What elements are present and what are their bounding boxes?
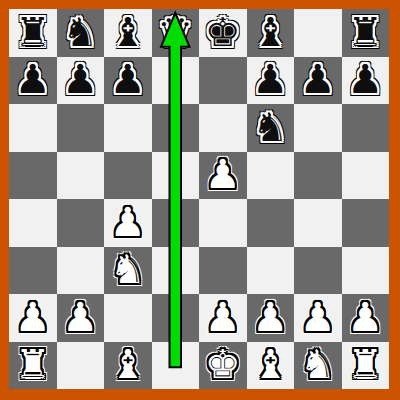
white-rook[interactable]: ♜ — [347, 344, 383, 384]
square-e2[interactable]: ♟ — [199, 294, 247, 342]
square-b8[interactable]: ♞ — [57, 9, 105, 57]
square-e6[interactable] — [199, 104, 247, 152]
square-a8[interactable]: ♜ — [9, 9, 57, 57]
square-a1[interactable]: ♜ — [9, 342, 57, 390]
square-d7[interactable] — [152, 57, 200, 105]
square-h1[interactable]: ♜ — [342, 342, 390, 390]
square-g8[interactable] — [294, 9, 342, 57]
white-knight[interactable]: ♞ — [110, 249, 146, 289]
square-h6[interactable] — [342, 104, 390, 152]
square-c2[interactable] — [104, 294, 152, 342]
white-pawn[interactable]: ♟ — [252, 297, 288, 337]
square-g1[interactable]: ♞ — [294, 342, 342, 390]
black-pawn[interactable]: ♟ — [15, 59, 51, 99]
white-pawn[interactable]: ♟ — [15, 297, 51, 337]
square-h7[interactable]: ♟ — [342, 57, 390, 105]
black-bishop[interactable]: ♝ — [252, 12, 288, 52]
square-h4[interactable] — [342, 199, 390, 247]
square-b6[interactable] — [57, 104, 105, 152]
square-d3[interactable] — [152, 247, 200, 295]
square-b1[interactable] — [57, 342, 105, 390]
square-a2[interactable]: ♟ — [9, 294, 57, 342]
square-h3[interactable] — [342, 247, 390, 295]
black-queen[interactable]: ♛ — [157, 12, 193, 52]
black-rook[interactable]: ♜ — [347, 12, 383, 52]
black-rook[interactable]: ♜ — [15, 12, 51, 52]
black-king[interactable]: ♚ — [205, 12, 241, 52]
square-d8[interactable]: ♛ — [152, 9, 200, 57]
square-g6[interactable] — [294, 104, 342, 152]
square-b3[interactable] — [57, 247, 105, 295]
white-bishop[interactable]: ♝ — [252, 344, 288, 384]
square-g5[interactable] — [294, 152, 342, 200]
square-c8[interactable]: ♝ — [104, 9, 152, 57]
square-e4[interactable] — [199, 199, 247, 247]
square-c1[interactable]: ♝ — [104, 342, 152, 390]
square-d2[interactable] — [152, 294, 200, 342]
white-pawn[interactable]: ♟ — [347, 297, 383, 337]
square-g4[interactable] — [294, 199, 342, 247]
chess-board[interactable]: ♜♞♝♛♚♝♜♟♟♟♟♟♟♞♟♟♞♟♟♟♟♟♟♜♝♚♝♞♜ — [9, 9, 389, 389]
square-e8[interactable]: ♚ — [199, 9, 247, 57]
white-pawn[interactable]: ♟ — [110, 202, 146, 242]
square-a4[interactable] — [9, 199, 57, 247]
black-knight[interactable]: ♞ — [252, 107, 288, 147]
square-b7[interactable]: ♟ — [57, 57, 105, 105]
square-g7[interactable]: ♟ — [294, 57, 342, 105]
black-knight[interactable]: ♞ — [62, 12, 98, 52]
square-f6[interactable]: ♞ — [247, 104, 295, 152]
black-pawn[interactable]: ♟ — [62, 59, 98, 99]
square-a6[interactable] — [9, 104, 57, 152]
square-f5[interactable] — [247, 152, 295, 200]
square-a7[interactable]: ♟ — [9, 57, 57, 105]
square-f7[interactable]: ♟ — [247, 57, 295, 105]
square-a3[interactable] — [9, 247, 57, 295]
square-f1[interactable]: ♝ — [247, 342, 295, 390]
square-d1[interactable] — [152, 342, 200, 390]
white-knight[interactable]: ♞ — [300, 344, 336, 384]
square-d6[interactable] — [152, 104, 200, 152]
square-e7[interactable] — [199, 57, 247, 105]
square-e3[interactable] — [199, 247, 247, 295]
square-f3[interactable] — [247, 247, 295, 295]
square-b4[interactable] — [57, 199, 105, 247]
square-c4[interactable]: ♟ — [104, 199, 152, 247]
white-pawn[interactable]: ♟ — [300, 297, 336, 337]
black-pawn[interactable]: ♟ — [110, 59, 146, 99]
white-bishop[interactable]: ♝ — [110, 344, 146, 384]
black-pawn[interactable]: ♟ — [300, 59, 336, 99]
square-c3[interactable]: ♞ — [104, 247, 152, 295]
square-g2[interactable]: ♟ — [294, 294, 342, 342]
square-b5[interactable] — [57, 152, 105, 200]
white-rook[interactable]: ♜ — [15, 344, 51, 384]
white-pawn[interactable]: ♟ — [62, 297, 98, 337]
square-c6[interactable] — [104, 104, 152, 152]
square-g3[interactable] — [294, 247, 342, 295]
square-d4[interactable] — [152, 199, 200, 247]
square-d5[interactable] — [152, 152, 200, 200]
square-c5[interactable] — [104, 152, 152, 200]
black-pawn[interactable]: ♟ — [252, 59, 288, 99]
square-e1[interactable]: ♚ — [199, 342, 247, 390]
board-frame: ♜♞♝♛♚♝♜♟♟♟♟♟♟♞♟♟♞♟♟♟♟♟♟♜♝♚♝♞♜ — [0, 0, 400, 400]
white-king[interactable]: ♚ — [205, 344, 241, 384]
square-b2[interactable]: ♟ — [57, 294, 105, 342]
black-bishop[interactable]: ♝ — [110, 12, 146, 52]
square-a5[interactable] — [9, 152, 57, 200]
white-pawn[interactable]: ♟ — [205, 154, 241, 194]
square-f8[interactable]: ♝ — [247, 9, 295, 57]
square-f2[interactable]: ♟ — [247, 294, 295, 342]
square-h5[interactable] — [342, 152, 390, 200]
square-c7[interactable]: ♟ — [104, 57, 152, 105]
square-h8[interactable]: ♜ — [342, 9, 390, 57]
square-h2[interactable]: ♟ — [342, 294, 390, 342]
white-pawn[interactable]: ♟ — [205, 297, 241, 337]
square-e5[interactable]: ♟ — [199, 152, 247, 200]
square-f4[interactable] — [247, 199, 295, 247]
black-pawn[interactable]: ♟ — [347, 59, 383, 99]
